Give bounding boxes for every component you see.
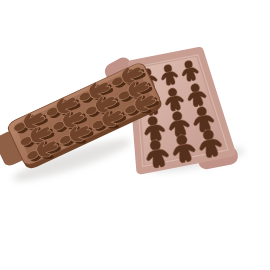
- product-photo: [0, 0, 270, 270]
- scene-svg: [0, 0, 270, 270]
